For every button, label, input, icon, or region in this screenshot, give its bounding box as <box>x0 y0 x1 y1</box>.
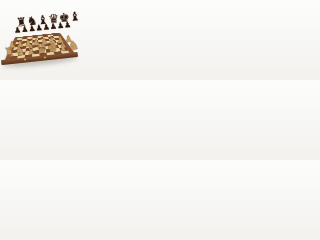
brass-latch-icon <box>44 56 46 58</box>
piece-black-pawn-h7[interactable]: ♟ <box>64 21 72 30</box>
chess-set-photo: ♜ ♞ ♝ ♛ ♚ ♝ ♞ ♜ ♟ ♟ ♟ ♟ ♟ ♟ ♟ ♟ ♟ ♟ ♟ ♟ … <box>0 0 80 80</box>
piece-white-rook-h1[interactable]: ♜ <box>78 38 80 52</box>
brass-latch-icon <box>24 58 26 60</box>
